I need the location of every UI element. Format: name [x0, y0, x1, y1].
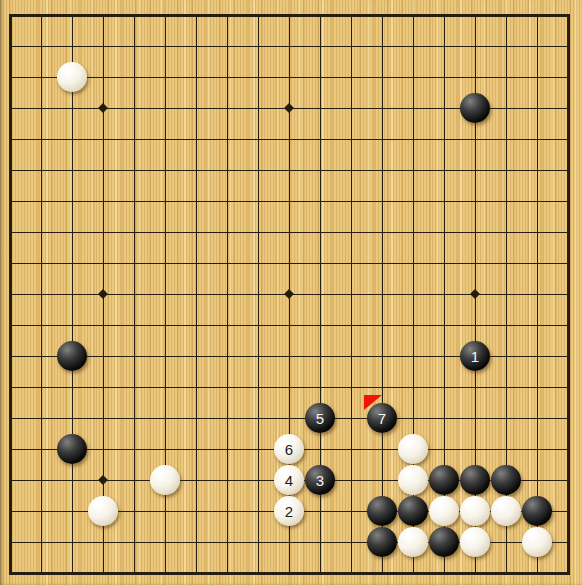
- intersection-T12[interactable]: [553, 217, 582, 248]
- intersection-J15[interactable]: [243, 124, 274, 155]
- intersection-M12[interactable]: [336, 217, 367, 248]
- intersection-E10[interactable]: [119, 279, 150, 310]
- intersection-P16[interactable]: [429, 93, 460, 124]
- intersection-P15[interactable]: [429, 124, 460, 155]
- intersection-M11[interactable]: [336, 248, 367, 279]
- intersection-N4[interactable]: [367, 465, 398, 496]
- intersection-N6[interactable]: 7: [367, 403, 398, 434]
- intersection-D16[interactable]: [88, 93, 119, 124]
- intersection-P3[interactable]: [429, 496, 460, 527]
- intersection-E8[interactable]: [119, 341, 150, 372]
- intersection-H4[interactable]: [212, 465, 243, 496]
- intersection-S4[interactable]: [522, 465, 553, 496]
- intersection-T10[interactable]: [553, 279, 582, 310]
- intersection-Q6[interactable]: [460, 403, 491, 434]
- intersection-R19[interactable]: [491, 0, 522, 31]
- intersection-M8[interactable]: [336, 341, 367, 372]
- intersection-G17[interactable]: [181, 62, 212, 93]
- intersection-G7[interactable]: [181, 372, 212, 403]
- intersection-D12[interactable]: [88, 217, 119, 248]
- intersection-D13[interactable]: [88, 186, 119, 217]
- intersection-B18[interactable]: [26, 31, 57, 62]
- intersection-O10[interactable]: [398, 279, 429, 310]
- intersection-K5[interactable]: 6: [274, 434, 305, 465]
- intersection-F3[interactable]: [150, 496, 181, 527]
- intersection-P6[interactable]: [429, 403, 460, 434]
- intersection-H2[interactable]: [212, 527, 243, 558]
- intersection-H7[interactable]: [212, 372, 243, 403]
- intersection-O18[interactable]: [398, 31, 429, 62]
- intersection-T15[interactable]: [553, 124, 582, 155]
- intersection-F4[interactable]: [150, 465, 181, 496]
- intersection-T7[interactable]: [553, 372, 582, 403]
- intersection-A13[interactable]: [0, 186, 26, 217]
- intersection-A9[interactable]: [0, 310, 26, 341]
- intersection-D2[interactable]: [88, 527, 119, 558]
- intersection-M16[interactable]: [336, 93, 367, 124]
- intersection-M2[interactable]: [336, 527, 367, 558]
- intersection-J1[interactable]: [243, 558, 274, 585]
- intersection-K4[interactable]: 4: [274, 465, 305, 496]
- intersection-O2[interactable]: [398, 527, 429, 558]
- intersection-S2[interactable]: [522, 527, 553, 558]
- intersection-D3[interactable]: [88, 496, 119, 527]
- intersection-F9[interactable]: [150, 310, 181, 341]
- intersection-S13[interactable]: [522, 186, 553, 217]
- intersection-G8[interactable]: [181, 341, 212, 372]
- intersection-H12[interactable]: [212, 217, 243, 248]
- intersection-M18[interactable]: [336, 31, 367, 62]
- intersection-E5[interactable]: [119, 434, 150, 465]
- intersection-T11[interactable]: [553, 248, 582, 279]
- intersection-L10[interactable]: [305, 279, 336, 310]
- intersection-S18[interactable]: [522, 31, 553, 62]
- intersection-T19[interactable]: [553, 0, 582, 31]
- intersection-P10[interactable]: [429, 279, 460, 310]
- intersection-S8[interactable]: [522, 341, 553, 372]
- intersection-C7[interactable]: [57, 372, 88, 403]
- intersection-R6[interactable]: [491, 403, 522, 434]
- intersection-T1[interactable]: [553, 558, 582, 585]
- intersection-D9[interactable]: [88, 310, 119, 341]
- intersection-J10[interactable]: [243, 279, 274, 310]
- intersection-B8[interactable]: [26, 341, 57, 372]
- intersection-L12[interactable]: [305, 217, 336, 248]
- intersection-M7[interactable]: [336, 372, 367, 403]
- intersection-C10[interactable]: [57, 279, 88, 310]
- intersection-Q15[interactable]: [460, 124, 491, 155]
- intersection-S6[interactable]: [522, 403, 553, 434]
- intersection-T13[interactable]: [553, 186, 582, 217]
- intersection-A3[interactable]: [0, 496, 26, 527]
- intersection-R4[interactable]: [491, 465, 522, 496]
- intersection-A16[interactable]: [0, 93, 26, 124]
- intersection-A4[interactable]: [0, 465, 26, 496]
- intersection-N10[interactable]: [367, 279, 398, 310]
- intersection-T6[interactable]: [553, 403, 582, 434]
- intersection-R15[interactable]: [491, 124, 522, 155]
- intersection-F14[interactable]: [150, 155, 181, 186]
- intersection-J14[interactable]: [243, 155, 274, 186]
- intersection-K16[interactable]: [274, 93, 305, 124]
- intersection-F10[interactable]: [150, 279, 181, 310]
- intersection-H1[interactable]: [212, 558, 243, 585]
- intersection-L8[interactable]: [305, 341, 336, 372]
- intersection-K15[interactable]: [274, 124, 305, 155]
- intersection-J18[interactable]: [243, 31, 274, 62]
- intersection-A14[interactable]: [0, 155, 26, 186]
- intersection-T16[interactable]: [553, 93, 582, 124]
- intersection-L17[interactable]: [305, 62, 336, 93]
- intersection-C8[interactable]: [57, 341, 88, 372]
- intersection-P8[interactable]: [429, 341, 460, 372]
- intersection-O15[interactable]: [398, 124, 429, 155]
- intersection-Q16[interactable]: [460, 93, 491, 124]
- intersection-A8[interactable]: [0, 341, 26, 372]
- go-board[interactable]: 1576432: [0, 0, 582, 585]
- intersection-F18[interactable]: [150, 31, 181, 62]
- intersection-A7[interactable]: [0, 372, 26, 403]
- intersection-C9[interactable]: [57, 310, 88, 341]
- intersection-K9[interactable]: [274, 310, 305, 341]
- intersection-N14[interactable]: [367, 155, 398, 186]
- intersection-H16[interactable]: [212, 93, 243, 124]
- intersection-K10[interactable]: [274, 279, 305, 310]
- intersection-B13[interactable]: [26, 186, 57, 217]
- intersection-G16[interactable]: [181, 93, 212, 124]
- intersection-P12[interactable]: [429, 217, 460, 248]
- intersection-D17[interactable]: [88, 62, 119, 93]
- intersection-T2[interactable]: [553, 527, 582, 558]
- intersection-J13[interactable]: [243, 186, 274, 217]
- intersection-S17[interactable]: [522, 62, 553, 93]
- intersection-C4[interactable]: [57, 465, 88, 496]
- intersection-H5[interactable]: [212, 434, 243, 465]
- intersection-N5[interactable]: [367, 434, 398, 465]
- intersection-P2[interactable]: [429, 527, 460, 558]
- intersection-Q11[interactable]: [460, 248, 491, 279]
- intersection-G1[interactable]: [181, 558, 212, 585]
- intersection-C14[interactable]: [57, 155, 88, 186]
- intersection-H15[interactable]: [212, 124, 243, 155]
- intersection-P18[interactable]: [429, 31, 460, 62]
- intersection-H17[interactable]: [212, 62, 243, 93]
- intersection-L6[interactable]: 5: [305, 403, 336, 434]
- intersection-M9[interactable]: [336, 310, 367, 341]
- intersection-G6[interactable]: [181, 403, 212, 434]
- intersection-S3[interactable]: [522, 496, 553, 527]
- intersection-O11[interactable]: [398, 248, 429, 279]
- intersection-O17[interactable]: [398, 62, 429, 93]
- intersection-H8[interactable]: [212, 341, 243, 372]
- intersection-L1[interactable]: [305, 558, 336, 585]
- intersection-J7[interactable]: [243, 372, 274, 403]
- intersection-P14[interactable]: [429, 155, 460, 186]
- intersection-T8[interactable]: [553, 341, 582, 372]
- intersection-B15[interactable]: [26, 124, 57, 155]
- intersection-G3[interactable]: [181, 496, 212, 527]
- intersection-J8[interactable]: [243, 341, 274, 372]
- intersection-G12[interactable]: [181, 217, 212, 248]
- intersection-H19[interactable]: [212, 0, 243, 31]
- intersection-G14[interactable]: [181, 155, 212, 186]
- intersection-K1[interactable]: [274, 558, 305, 585]
- intersection-Q5[interactable]: [460, 434, 491, 465]
- intersection-A11[interactable]: [0, 248, 26, 279]
- intersection-K18[interactable]: [274, 31, 305, 62]
- intersection-M3[interactable]: [336, 496, 367, 527]
- intersection-E16[interactable]: [119, 93, 150, 124]
- intersection-E2[interactable]: [119, 527, 150, 558]
- intersection-F19[interactable]: [150, 0, 181, 31]
- intersection-L7[interactable]: [305, 372, 336, 403]
- intersection-G15[interactable]: [181, 124, 212, 155]
- intersection-H14[interactable]: [212, 155, 243, 186]
- intersection-Q14[interactable]: [460, 155, 491, 186]
- intersection-E6[interactable]: [119, 403, 150, 434]
- intersection-F5[interactable]: [150, 434, 181, 465]
- intersection-F15[interactable]: [150, 124, 181, 155]
- intersection-G18[interactable]: [181, 31, 212, 62]
- intersection-S7[interactable]: [522, 372, 553, 403]
- intersection-O7[interactable]: [398, 372, 429, 403]
- intersection-L15[interactable]: [305, 124, 336, 155]
- intersection-A19[interactable]: [0, 0, 26, 31]
- intersection-F11[interactable]: [150, 248, 181, 279]
- intersection-N9[interactable]: [367, 310, 398, 341]
- intersection-Q3[interactable]: [460, 496, 491, 527]
- intersection-S1[interactable]: [522, 558, 553, 585]
- intersection-G9[interactable]: [181, 310, 212, 341]
- intersection-K17[interactable]: [274, 62, 305, 93]
- intersection-L3[interactable]: [305, 496, 336, 527]
- intersection-Q12[interactable]: [460, 217, 491, 248]
- intersection-G10[interactable]: [181, 279, 212, 310]
- intersection-A1[interactable]: [0, 558, 26, 585]
- intersection-N15[interactable]: [367, 124, 398, 155]
- intersection-O12[interactable]: [398, 217, 429, 248]
- intersection-J17[interactable]: [243, 62, 274, 93]
- intersection-Q8[interactable]: 1: [460, 341, 491, 372]
- intersection-S11[interactable]: [522, 248, 553, 279]
- intersection-R2[interactable]: [491, 527, 522, 558]
- intersection-G19[interactable]: [181, 0, 212, 31]
- intersection-O14[interactable]: [398, 155, 429, 186]
- intersection-T14[interactable]: [553, 155, 582, 186]
- intersection-M14[interactable]: [336, 155, 367, 186]
- intersection-C15[interactable]: [57, 124, 88, 155]
- intersection-H3[interactable]: [212, 496, 243, 527]
- intersection-Q2[interactable]: [460, 527, 491, 558]
- intersection-M17[interactable]: [336, 62, 367, 93]
- intersection-T17[interactable]: [553, 62, 582, 93]
- intersection-D14[interactable]: [88, 155, 119, 186]
- intersection-K6[interactable]: [274, 403, 305, 434]
- intersection-F8[interactable]: [150, 341, 181, 372]
- intersection-B1[interactable]: [26, 558, 57, 585]
- intersection-J16[interactable]: [243, 93, 274, 124]
- intersection-J3[interactable]: [243, 496, 274, 527]
- intersection-C16[interactable]: [57, 93, 88, 124]
- intersection-B3[interactable]: [26, 496, 57, 527]
- intersection-P1[interactable]: [429, 558, 460, 585]
- intersection-S12[interactable]: [522, 217, 553, 248]
- intersection-R8[interactable]: [491, 341, 522, 372]
- intersection-E19[interactable]: [119, 0, 150, 31]
- intersection-L19[interactable]: [305, 0, 336, 31]
- intersection-A12[interactable]: [0, 217, 26, 248]
- intersection-C6[interactable]: [57, 403, 88, 434]
- intersection-N16[interactable]: [367, 93, 398, 124]
- intersection-O8[interactable]: [398, 341, 429, 372]
- intersection-N2[interactable]: [367, 527, 398, 558]
- intersection-Q10[interactable]: [460, 279, 491, 310]
- intersection-D15[interactable]: [88, 124, 119, 155]
- intersection-C17[interactable]: [57, 62, 88, 93]
- intersection-E14[interactable]: [119, 155, 150, 186]
- intersection-G4[interactable]: [181, 465, 212, 496]
- intersection-B2[interactable]: [26, 527, 57, 558]
- intersection-O16[interactable]: [398, 93, 429, 124]
- intersection-R18[interactable]: [491, 31, 522, 62]
- intersection-O6[interactable]: [398, 403, 429, 434]
- intersection-R3[interactable]: [491, 496, 522, 527]
- intersection-C19[interactable]: [57, 0, 88, 31]
- intersection-T18[interactable]: [553, 31, 582, 62]
- intersection-H13[interactable]: [212, 186, 243, 217]
- intersection-R11[interactable]: [491, 248, 522, 279]
- intersection-E7[interactable]: [119, 372, 150, 403]
- intersection-N13[interactable]: [367, 186, 398, 217]
- intersection-B5[interactable]: [26, 434, 57, 465]
- intersection-A17[interactable]: [0, 62, 26, 93]
- intersection-S10[interactable]: [522, 279, 553, 310]
- intersection-G5[interactable]: [181, 434, 212, 465]
- intersection-F6[interactable]: [150, 403, 181, 434]
- intersection-A15[interactable]: [0, 124, 26, 155]
- intersection-S9[interactable]: [522, 310, 553, 341]
- intersection-L4[interactable]: 3: [305, 465, 336, 496]
- intersection-R5[interactable]: [491, 434, 522, 465]
- intersection-R1[interactable]: [491, 558, 522, 585]
- intersection-K8[interactable]: [274, 341, 305, 372]
- intersection-J11[interactable]: [243, 248, 274, 279]
- intersection-N3[interactable]: [367, 496, 398, 527]
- intersection-L9[interactable]: [305, 310, 336, 341]
- intersection-N18[interactable]: [367, 31, 398, 62]
- intersection-D6[interactable]: [88, 403, 119, 434]
- intersection-P5[interactable]: [429, 434, 460, 465]
- intersection-C3[interactable]: [57, 496, 88, 527]
- intersection-Q13[interactable]: [460, 186, 491, 217]
- intersection-E3[interactable]: [119, 496, 150, 527]
- intersection-L14[interactable]: [305, 155, 336, 186]
- intersection-M19[interactable]: [336, 0, 367, 31]
- intersection-O9[interactable]: [398, 310, 429, 341]
- intersection-M5[interactable]: [336, 434, 367, 465]
- intersection-C12[interactable]: [57, 217, 88, 248]
- intersection-D18[interactable]: [88, 31, 119, 62]
- intersection-A2[interactable]: [0, 527, 26, 558]
- intersection-D11[interactable]: [88, 248, 119, 279]
- intersection-L13[interactable]: [305, 186, 336, 217]
- intersection-T5[interactable]: [553, 434, 582, 465]
- intersection-P4[interactable]: [429, 465, 460, 496]
- intersection-L5[interactable]: [305, 434, 336, 465]
- intersection-S14[interactable]: [522, 155, 553, 186]
- intersection-T3[interactable]: [553, 496, 582, 527]
- intersection-R14[interactable]: [491, 155, 522, 186]
- intersection-J6[interactable]: [243, 403, 274, 434]
- intersection-M15[interactable]: [336, 124, 367, 155]
- intersection-N7[interactable]: [367, 372, 398, 403]
- intersection-R12[interactable]: [491, 217, 522, 248]
- intersection-B14[interactable]: [26, 155, 57, 186]
- intersection-A10[interactable]: [0, 279, 26, 310]
- intersection-P13[interactable]: [429, 186, 460, 217]
- intersection-F16[interactable]: [150, 93, 181, 124]
- intersection-E12[interactable]: [119, 217, 150, 248]
- intersection-J19[interactable]: [243, 0, 274, 31]
- intersection-F7[interactable]: [150, 372, 181, 403]
- intersection-R7[interactable]: [491, 372, 522, 403]
- intersection-N17[interactable]: [367, 62, 398, 93]
- intersection-B6[interactable]: [26, 403, 57, 434]
- intersection-Q4[interactable]: [460, 465, 491, 496]
- intersection-M13[interactable]: [336, 186, 367, 217]
- intersection-L11[interactable]: [305, 248, 336, 279]
- intersection-M4[interactable]: [336, 465, 367, 496]
- intersection-B11[interactable]: [26, 248, 57, 279]
- intersection-A6[interactable]: [0, 403, 26, 434]
- intersection-E11[interactable]: [119, 248, 150, 279]
- intersection-N11[interactable]: [367, 248, 398, 279]
- intersection-D7[interactable]: [88, 372, 119, 403]
- intersection-Q18[interactable]: [460, 31, 491, 62]
- intersection-S19[interactable]: [522, 0, 553, 31]
- intersection-K13[interactable]: [274, 186, 305, 217]
- intersection-J2[interactable]: [243, 527, 274, 558]
- intersection-H9[interactable]: [212, 310, 243, 341]
- intersection-H18[interactable]: [212, 31, 243, 62]
- intersection-F2[interactable]: [150, 527, 181, 558]
- intersection-K14[interactable]: [274, 155, 305, 186]
- intersection-R9[interactable]: [491, 310, 522, 341]
- intersection-L2[interactable]: [305, 527, 336, 558]
- intersection-B9[interactable]: [26, 310, 57, 341]
- intersection-F1[interactable]: [150, 558, 181, 585]
- intersection-K7[interactable]: [274, 372, 305, 403]
- intersection-C1[interactable]: [57, 558, 88, 585]
- intersection-D5[interactable]: [88, 434, 119, 465]
- intersection-H6[interactable]: [212, 403, 243, 434]
- intersection-K11[interactable]: [274, 248, 305, 279]
- intersection-Q7[interactable]: [460, 372, 491, 403]
- intersection-H11[interactable]: [212, 248, 243, 279]
- intersection-P19[interactable]: [429, 0, 460, 31]
- intersection-E18[interactable]: [119, 31, 150, 62]
- intersection-B7[interactable]: [26, 372, 57, 403]
- intersection-E9[interactable]: [119, 310, 150, 341]
- intersection-T9[interactable]: [553, 310, 582, 341]
- intersection-A18[interactable]: [0, 31, 26, 62]
- intersection-G13[interactable]: [181, 186, 212, 217]
- intersection-H10[interactable]: [212, 279, 243, 310]
- intersection-E15[interactable]: [119, 124, 150, 155]
- intersection-K19[interactable]: [274, 0, 305, 31]
- intersection-K3[interactable]: 2: [274, 496, 305, 527]
- intersection-P11[interactable]: [429, 248, 460, 279]
